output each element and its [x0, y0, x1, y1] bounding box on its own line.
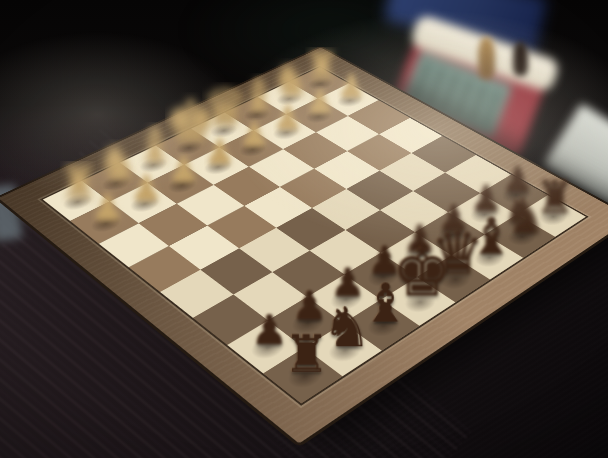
- black-rook-h8: ♜: [284, 328, 330, 379]
- chess-board: ♜♞♝♚♛♝♞♜♟♟♟♟♟♟♟♟♟♟♟♟♟♟♟♟♜♞♝♚♛♝♞♜: [0, 48, 608, 444]
- board-perspective: ♜♞♝♚♛♝♞♜♟♟♟♟♟♟♟♟♟♟♟♟♟♟♟♟♜♞♝♚♛♝♞♜: [0, 0, 608, 458]
- white-pawn-c2: ♟: [273, 101, 303, 134]
- white-pawn-d2: ♟: [239, 118, 269, 152]
- photo-scene: ♜♞♝♚♛♝♞♜♟♟♟♟♟♟♟♟♟♟♟♟♟♟♟♟♜♞♝♚♛♝♞♜: [0, 0, 608, 458]
- white-pawn-f2: ♟: [168, 152, 200, 187]
- white-pawn-b2: ♟: [305, 86, 334, 119]
- white-pawn-a2: ♟: [337, 70, 366, 102]
- white-pawn-h2: ♟: [91, 189, 124, 226]
- white-pawn-e2: ♟: [204, 135, 235, 170]
- board-grid: ♜♞♝♚♛♝♞♜♟♟♟♟♟♟♟♟♟♟♟♟♟♟♟♟♜♞♝♚♛♝♞♜: [43, 67, 586, 403]
- white-pawn-g2: ♟: [130, 170, 162, 206]
- square-d5: [312, 189, 380, 230]
- black-pawn-h7: ♟: [251, 310, 288, 351]
